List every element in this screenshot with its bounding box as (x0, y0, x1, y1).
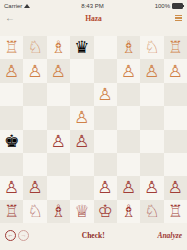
square[interactable]: ♙ (70, 130, 93, 153)
square[interactable]: ♘ (140, 36, 163, 59)
square[interactable] (140, 106, 163, 129)
square[interactable] (47, 153, 70, 176)
undo-button[interactable]: ← (5, 230, 16, 241)
square[interactable]: ♘ (140, 200, 163, 223)
square[interactable]: ♙ (164, 176, 187, 199)
square[interactable] (47, 176, 70, 199)
square[interactable] (117, 153, 140, 176)
square[interactable]: ♖ (0, 200, 23, 223)
nav-bar: ← Haza (0, 11, 187, 25)
chess-piece-f7[interactable]: ♙ (121, 63, 136, 80)
square[interactable] (70, 59, 93, 82)
square[interactable] (70, 153, 93, 176)
square[interactable]: ♛ (70, 36, 93, 59)
chess-piece-e6[interactable]: ♙ (98, 86, 113, 103)
chess-piece-e1[interactable]: ♔ (98, 203, 113, 220)
chess-piece-h8[interactable]: ♖ (168, 39, 183, 56)
analyze-button[interactable]: Analyze (157, 231, 182, 240)
square[interactable] (117, 83, 140, 106)
chess-piece-g2[interactable]: ♙ (144, 179, 159, 196)
chess-piece-b1[interactable]: ♘ (27, 203, 42, 220)
square[interactable]: ♙ (117, 176, 140, 199)
chess-piece-f2[interactable]: ♙ (121, 179, 136, 196)
square[interactable] (23, 153, 46, 176)
chess-piece-a2[interactable]: ♙ (4, 179, 19, 196)
square[interactable] (117, 130, 140, 153)
square[interactable]: ♙ (140, 59, 163, 82)
clock-label: 8:43 PM (81, 3, 103, 9)
square[interactable] (140, 130, 163, 153)
square[interactable]: ♘ (23, 200, 46, 223)
chess-piece-d4[interactable]: ♙ (74, 133, 89, 150)
carrier-label: Carrier (4, 3, 22, 9)
chess-piece-d5[interactable]: ♙ (74, 109, 89, 126)
chess-piece-h7[interactable]: ♙ (168, 63, 183, 80)
square[interactable]: ♖ (164, 200, 187, 223)
square[interactable]: ♙ (94, 176, 117, 199)
square[interactable] (140, 153, 163, 176)
check-status-label: Check! (29, 231, 157, 240)
square[interactable]: ♙ (0, 59, 23, 82)
chess-board[interactable]: ♖♘♗♛♗♘♖♙♙♙♙♙♙♙♙♚♙♙♙♙♙♙♙♙♖♘♗♕♔♗♘♖ (0, 36, 187, 223)
chess-piece-g1[interactable]: ♘ (144, 203, 159, 220)
square[interactable]: ♖ (0, 36, 23, 59)
chess-piece-c8[interactable]: ♗ (51, 39, 66, 56)
square[interactable] (70, 83, 93, 106)
square[interactable]: ♖ (164, 36, 187, 59)
square[interactable]: ♔ (94, 200, 117, 223)
square[interactable]: ♗ (117, 36, 140, 59)
redo-button[interactable]: → (18, 230, 29, 241)
chess-piece-b8[interactable]: ♘ (27, 39, 42, 56)
chess-piece-g7[interactable]: ♙ (144, 63, 159, 80)
square[interactable] (164, 83, 187, 106)
square[interactable]: ♙ (23, 176, 46, 199)
square[interactable]: ♙ (47, 59, 70, 82)
bottom-bar: ← → Check! Analyze (0, 227, 187, 243)
square[interactable]: ♕ (70, 200, 93, 223)
chess-piece-g8[interactable]: ♘ (144, 39, 159, 56)
menu-icon[interactable] (175, 15, 182, 21)
wifi-icon (24, 4, 30, 8)
back-button[interactable]: ← (5, 13, 15, 23)
square[interactable] (140, 83, 163, 106)
chess-piece-h2[interactable]: ♙ (168, 179, 183, 196)
square[interactable] (94, 130, 117, 153)
square[interactable]: ♗ (47, 200, 70, 223)
square[interactable] (23, 83, 46, 106)
square[interactable] (0, 153, 23, 176)
square[interactable]: ♙ (70, 106, 93, 129)
chess-piece-a8[interactable]: ♖ (4, 39, 19, 56)
chess-piece-a7[interactable]: ♙ (4, 63, 19, 80)
chess-piece-a4[interactable]: ♚ (4, 133, 19, 150)
square[interactable] (117, 106, 140, 129)
square[interactable]: ♙ (23, 59, 46, 82)
square[interactable] (164, 153, 187, 176)
square[interactable]: ♗ (47, 36, 70, 59)
square[interactable] (94, 36, 117, 59)
square[interactable]: ♙ (47, 130, 70, 153)
battery-percent-label: 100% (155, 3, 170, 9)
battery-icon (172, 3, 183, 9)
square[interactable] (94, 153, 117, 176)
square[interactable]: ♗ (117, 200, 140, 223)
chess-piece-d1[interactable]: ♕ (74, 203, 89, 220)
square[interactable] (70, 176, 93, 199)
square[interactable]: ♘ (23, 36, 46, 59)
status-bar: Carrier 8:43 PM 100% (0, 0, 187, 11)
square[interactable]: ♙ (140, 176, 163, 199)
square[interactable] (0, 106, 23, 129)
square[interactable]: ♙ (117, 59, 140, 82)
square[interactable] (47, 106, 70, 129)
square[interactable]: ♙ (0, 176, 23, 199)
chess-piece-e2[interactable]: ♙ (98, 179, 113, 196)
square[interactable] (23, 106, 46, 129)
chess-piece-h1[interactable]: ♖ (168, 203, 183, 220)
chess-piece-a1[interactable]: ♖ (4, 203, 19, 220)
square[interactable]: ♙ (164, 59, 187, 82)
square[interactable] (47, 83, 70, 106)
square[interactable]: ♙ (94, 83, 117, 106)
square[interactable] (164, 130, 187, 153)
chess-piece-c4[interactable]: ♙ (51, 133, 66, 150)
square[interactable] (94, 59, 117, 82)
chess-piece-d8[interactable]: ♛ (74, 39, 89, 56)
chess-piece-c7[interactable]: ♙ (51, 63, 66, 80)
chess-piece-b7[interactable]: ♙ (27, 63, 42, 80)
square[interactable]: ♚ (0, 130, 23, 153)
chess-piece-b2[interactable]: ♙ (27, 179, 42, 196)
chess-piece-f8[interactable]: ♗ (121, 39, 136, 56)
square[interactable] (164, 106, 187, 129)
square[interactable] (0, 83, 23, 106)
app-screen: Carrier 8:43 PM 100% ← Haza ♖♘♗♛♗♘♖♙♙♙♙♙… (0, 0, 187, 250)
square[interactable] (94, 106, 117, 129)
square[interactable] (23, 130, 46, 153)
page-title: Haza (0, 14, 187, 23)
chess-piece-f1[interactable]: ♗ (121, 203, 136, 220)
chess-piece-c1[interactable]: ♗ (51, 203, 66, 220)
